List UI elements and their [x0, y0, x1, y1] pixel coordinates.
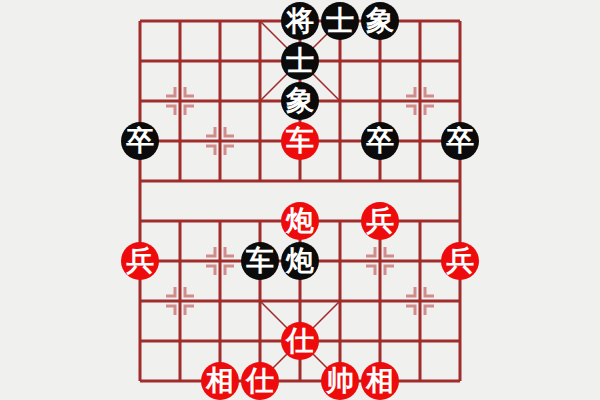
red-elephant[interactable]: 相 — [361, 362, 399, 400]
black-advisor[interactable]: 士 — [321, 2, 359, 40]
black-general[interactable]: 将 — [281, 2, 319, 40]
red-soldier[interactable]: 兵 — [361, 202, 399, 240]
black-soldier[interactable]: 卒 — [441, 122, 479, 160]
xiangqi-app: 将士象士象卒车卒卒炮兵兵车炮兵仕相仕帅相 — [0, 0, 600, 400]
red-cannon[interactable]: 炮 — [281, 202, 319, 240]
black-chariot[interactable]: 车 — [241, 242, 279, 280]
red-elephant[interactable]: 相 — [201, 362, 239, 400]
red-soldier[interactable]: 兵 — [121, 242, 159, 280]
red-general[interactable]: 帅 — [321, 362, 359, 400]
black-soldier[interactable]: 卒 — [121, 122, 159, 160]
red-soldier[interactable]: 兵 — [441, 242, 479, 280]
red-chariot[interactable]: 车 — [281, 122, 319, 160]
xiangqi-board[interactable]: 将士象士象卒车卒卒炮兵兵车炮兵仕相仕帅相 — [120, 1, 480, 400]
black-soldier[interactable]: 卒 — [361, 122, 399, 160]
black-advisor[interactable]: 士 — [281, 42, 319, 80]
black-elephant[interactable]: 象 — [361, 2, 399, 40]
red-advisor[interactable]: 仕 — [281, 322, 319, 360]
red-advisor[interactable]: 仕 — [241, 362, 279, 400]
black-elephant[interactable]: 象 — [281, 82, 319, 120]
black-cannon[interactable]: 炮 — [281, 242, 319, 280]
